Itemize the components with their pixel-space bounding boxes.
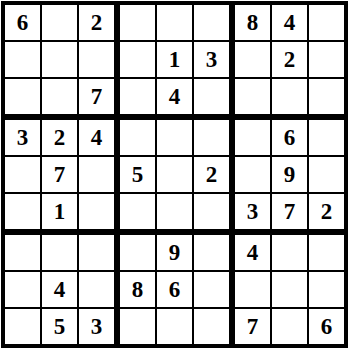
cell-r3c8[interactable] — [272, 79, 307, 114]
cell-r7c2[interactable] — [42, 231, 77, 270]
cell-r1c8[interactable]: 4 — [272, 5, 307, 40]
cell-r7c7[interactable]: 4 — [231, 231, 270, 270]
cell-r4c9[interactable] — [309, 116, 344, 155]
cell-r4c6[interactable] — [194, 116, 229, 155]
cell-r6c8[interactable]: 7 — [272, 194, 307, 229]
given-digit: 2 — [321, 200, 333, 223]
cell-r7c8[interactable] — [272, 231, 307, 270]
given-digit: 2 — [91, 11, 103, 34]
cell-r3c9[interactable] — [309, 79, 344, 114]
cell-r9c4[interactable] — [116, 309, 155, 344]
cell-r3c1[interactable] — [5, 79, 40, 114]
cell-r8c8[interactable] — [272, 272, 307, 307]
cell-r4c5[interactable] — [157, 116, 192, 155]
cell-r2c5[interactable]: 1 — [157, 42, 192, 77]
cell-r4c4[interactable] — [116, 116, 155, 155]
cell-r5c5[interactable] — [157, 157, 192, 192]
given-digit: 3 — [17, 126, 29, 149]
cell-r8c6[interactable] — [194, 272, 229, 307]
cell-r6c3[interactable] — [79, 194, 114, 229]
cell-r9c3[interactable]: 3 — [79, 309, 114, 344]
cell-r5c2[interactable]: 7 — [42, 157, 77, 192]
cell-r8c2[interactable]: 4 — [42, 272, 77, 307]
cell-r7c5[interactable]: 9 — [157, 231, 192, 270]
cell-r3c7[interactable] — [231, 79, 270, 114]
cell-r7c9[interactable] — [309, 231, 344, 270]
cell-r1c9[interactable] — [309, 5, 344, 40]
cell-r1c7[interactable]: 8 — [231, 5, 270, 40]
cell-r1c3[interactable]: 2 — [79, 5, 114, 40]
cell-r4c7[interactable] — [231, 116, 270, 155]
cell-r9c6[interactable] — [194, 309, 229, 344]
cell-r9c1[interactable] — [5, 309, 40, 344]
cell-r9c8[interactable] — [272, 309, 307, 344]
given-digit: 2 — [206, 163, 218, 186]
cell-r6c7[interactable]: 3 — [231, 194, 270, 229]
cell-r3c6[interactable] — [194, 79, 229, 114]
cell-r1c4[interactable] — [116, 5, 155, 40]
given-digit: 2 — [54, 126, 66, 149]
cell-r7c6[interactable] — [194, 231, 229, 270]
cell-r2c9[interactable] — [309, 42, 344, 77]
cell-r8c9[interactable] — [309, 272, 344, 307]
given-digit: 1 — [54, 200, 66, 223]
cell-r3c3[interactable]: 7 — [79, 79, 114, 114]
cell-r3c5[interactable]: 4 — [157, 79, 192, 114]
cell-r5c3[interactable] — [79, 157, 114, 192]
given-digit: 3 — [247, 200, 259, 223]
given-digit: 7 — [247, 315, 259, 338]
given-digit: 4 — [91, 126, 103, 149]
given-digit: 4 — [284, 11, 296, 34]
cell-r2c6[interactable]: 3 — [194, 42, 229, 77]
cell-r9c9[interactable]: 6 — [309, 309, 344, 344]
cell-r1c1[interactable]: 6 — [5, 5, 40, 40]
cell-r5c6[interactable]: 2 — [194, 157, 229, 192]
cell-r8c1[interactable] — [5, 272, 40, 307]
cell-r7c4[interactable] — [116, 231, 155, 270]
cell-r5c1[interactable] — [5, 157, 40, 192]
cell-r4c3[interactable]: 4 — [79, 116, 114, 155]
given-digit: 3 — [206, 48, 218, 71]
given-digit: 8 — [132, 278, 144, 301]
given-digit: 4 — [247, 241, 259, 264]
cell-r6c4[interactable] — [116, 194, 155, 229]
given-digit: 5 — [54, 315, 66, 338]
cell-r7c3[interactable] — [79, 231, 114, 270]
cell-r1c6[interactable] — [194, 5, 229, 40]
cell-r2c7[interactable] — [231, 42, 270, 77]
cell-r9c7[interactable]: 7 — [231, 309, 270, 344]
cell-r6c5[interactable] — [157, 194, 192, 229]
page: 628413274324675291372944865376 — [0, 0, 350, 350]
given-digit: 9 — [169, 241, 181, 264]
given-digit: 6 — [169, 278, 181, 301]
cell-r6c1[interactable] — [5, 194, 40, 229]
cell-r5c4[interactable]: 5 — [116, 157, 155, 192]
sudoku-board: 628413274324675291372944865376 — [1, 1, 348, 348]
cell-r9c5[interactable] — [157, 309, 192, 344]
given-digit: 1 — [169, 48, 181, 71]
given-digit: 3 — [91, 315, 103, 338]
given-digit: 6 — [17, 11, 29, 34]
cell-r2c3[interactable] — [79, 42, 114, 77]
cell-r2c4[interactable] — [116, 42, 155, 77]
cell-r2c1[interactable] — [5, 42, 40, 77]
cell-r1c2[interactable] — [42, 5, 77, 40]
cell-r8c3[interactable] — [79, 272, 114, 307]
cell-r2c8[interactable]: 2 — [272, 42, 307, 77]
cell-r8c4[interactable]: 8 — [116, 272, 155, 307]
given-digit: 4 — [54, 278, 66, 301]
cell-r3c4[interactable] — [116, 79, 155, 114]
cell-r6c2[interactable]: 1 — [42, 194, 77, 229]
cell-r6c6[interactable] — [194, 194, 229, 229]
cell-r2c2[interactable] — [42, 42, 77, 77]
cell-r9c2[interactable]: 5 — [42, 309, 77, 344]
cell-r7c1[interactable] — [5, 231, 40, 270]
given-digit: 4 — [169, 85, 181, 108]
cell-r5c7[interactable] — [231, 157, 270, 192]
given-digit: 8 — [247, 11, 259, 34]
cell-r5c9[interactable] — [309, 157, 344, 192]
given-digit: 7 — [91, 85, 103, 108]
cell-r4c2[interactable]: 2 — [42, 116, 77, 155]
cell-r1c5[interactable] — [157, 5, 192, 40]
cell-r5c8[interactable]: 9 — [272, 157, 307, 192]
given-digit: 2 — [284, 48, 296, 71]
given-digit: 6 — [284, 126, 296, 149]
cell-r8c5[interactable]: 6 — [157, 272, 192, 307]
given-digit: 6 — [321, 315, 333, 338]
cell-r6c9[interactable]: 2 — [309, 194, 344, 229]
cell-r8c7[interactable] — [231, 272, 270, 307]
cell-r4c1[interactable]: 3 — [5, 116, 40, 155]
given-digit: 7 — [54, 163, 66, 186]
given-digit: 9 — [284, 163, 296, 186]
given-digit: 7 — [284, 200, 296, 223]
cell-r4c8[interactable]: 6 — [272, 116, 307, 155]
cell-r3c2[interactable] — [42, 79, 77, 114]
given-digit: 5 — [132, 163, 144, 186]
